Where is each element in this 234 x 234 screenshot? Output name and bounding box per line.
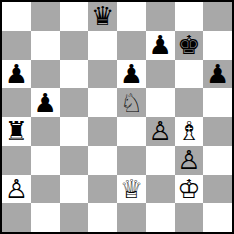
square-f3[interactable] bbox=[146, 146, 175, 175]
square-h1[interactable] bbox=[203, 203, 232, 232]
square-f2[interactable] bbox=[146, 175, 175, 204]
square-b2[interactable] bbox=[31, 175, 60, 204]
white-king: ♔ bbox=[177, 176, 200, 202]
black-king: ♚ bbox=[177, 32, 200, 58]
square-c5[interactable] bbox=[60, 88, 89, 117]
black-pawn: ♟ bbox=[33, 90, 56, 116]
square-d3[interactable] bbox=[88, 146, 117, 175]
square-a5[interactable] bbox=[2, 88, 31, 117]
square-g8[interactable] bbox=[175, 2, 204, 31]
square-d2[interactable] bbox=[88, 175, 117, 204]
square-d4[interactable] bbox=[88, 117, 117, 146]
square-b8[interactable] bbox=[31, 2, 60, 31]
black-rook: ♜ bbox=[5, 118, 28, 144]
square-h2[interactable] bbox=[203, 175, 232, 204]
black-pawn: ♟ bbox=[120, 61, 143, 87]
square-e3[interactable] bbox=[117, 146, 146, 175]
square-e2[interactable]: ♕ bbox=[117, 175, 146, 204]
white-pawn: ♙ bbox=[148, 118, 171, 144]
square-a6[interactable]: ♟ bbox=[2, 60, 31, 89]
square-b3[interactable] bbox=[31, 146, 60, 175]
black-pawn: ♟ bbox=[5, 61, 28, 87]
white-pawn: ♙ bbox=[177, 147, 200, 173]
square-f5[interactable] bbox=[146, 88, 175, 117]
square-h3[interactable] bbox=[203, 146, 232, 175]
square-e1[interactable] bbox=[117, 203, 146, 232]
square-h4[interactable] bbox=[203, 117, 232, 146]
square-g2[interactable]: ♔ bbox=[175, 175, 204, 204]
square-a1[interactable] bbox=[2, 203, 31, 232]
square-d8[interactable]: ♛ bbox=[88, 2, 117, 31]
square-b7[interactable] bbox=[31, 31, 60, 60]
square-h8[interactable] bbox=[203, 2, 232, 31]
square-c3[interactable] bbox=[60, 146, 89, 175]
square-a4[interactable]: ♜ bbox=[2, 117, 31, 146]
black-queen: ♛ bbox=[91, 3, 114, 29]
square-c2[interactable] bbox=[60, 175, 89, 204]
square-e6[interactable]: ♟ bbox=[117, 60, 146, 89]
square-c8[interactable] bbox=[60, 2, 89, 31]
square-a8[interactable] bbox=[2, 2, 31, 31]
square-a2[interactable]: ♙ bbox=[2, 175, 31, 204]
square-c1[interactable] bbox=[60, 203, 89, 232]
square-a3[interactable] bbox=[2, 146, 31, 175]
square-e4[interactable] bbox=[117, 117, 146, 146]
square-h7[interactable] bbox=[203, 31, 232, 60]
square-b5[interactable]: ♟ bbox=[31, 88, 60, 117]
square-g1[interactable] bbox=[175, 203, 204, 232]
square-g4[interactable]: ♗ bbox=[175, 117, 204, 146]
square-f8[interactable] bbox=[146, 2, 175, 31]
white-pawn: ♙ bbox=[5, 176, 28, 202]
square-f7[interactable]: ♟ bbox=[146, 31, 175, 60]
square-c7[interactable] bbox=[60, 31, 89, 60]
square-f6[interactable] bbox=[146, 60, 175, 89]
square-g3[interactable]: ♙ bbox=[175, 146, 204, 175]
square-h5[interactable] bbox=[203, 88, 232, 117]
square-b4[interactable] bbox=[31, 117, 60, 146]
white-knight: ♘ bbox=[120, 90, 143, 116]
square-e7[interactable] bbox=[117, 31, 146, 60]
square-g6[interactable] bbox=[175, 60, 204, 89]
square-d1[interactable] bbox=[88, 203, 117, 232]
square-d6[interactable] bbox=[88, 60, 117, 89]
square-e8[interactable] bbox=[117, 2, 146, 31]
square-d5[interactable] bbox=[88, 88, 117, 117]
square-d7[interactable] bbox=[88, 31, 117, 60]
white-queen: ♕ bbox=[120, 176, 143, 202]
square-e5[interactable]: ♘ bbox=[117, 88, 146, 117]
black-pawn: ♟ bbox=[206, 61, 229, 87]
square-c6[interactable] bbox=[60, 60, 89, 89]
chess-board-frame: ♛♟♚♟♟♟♟♘♜♙♗♙♙♕♔ bbox=[0, 0, 234, 234]
square-h6[interactable]: ♟ bbox=[203, 60, 232, 89]
square-a7[interactable] bbox=[2, 31, 31, 60]
square-f1[interactable] bbox=[146, 203, 175, 232]
chess-board: ♛♟♚♟♟♟♟♘♜♙♗♙♙♕♔ bbox=[2, 2, 232, 232]
square-g5[interactable] bbox=[175, 88, 204, 117]
white-bishop: ♗ bbox=[177, 118, 200, 144]
square-f4[interactable]: ♙ bbox=[146, 117, 175, 146]
square-g7[interactable]: ♚ bbox=[175, 31, 204, 60]
black-pawn: ♟ bbox=[148, 32, 171, 58]
square-b1[interactable] bbox=[31, 203, 60, 232]
square-c4[interactable] bbox=[60, 117, 89, 146]
square-b6[interactable] bbox=[31, 60, 60, 89]
